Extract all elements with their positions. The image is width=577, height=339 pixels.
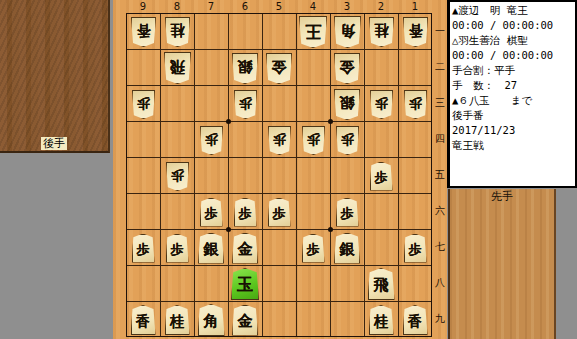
- piece-gote-歩-93[interactable]: 歩: [132, 90, 155, 119]
- rank-label-9: 九: [433, 301, 447, 337]
- piece-gote-歩-34[interactable]: 歩: [336, 126, 359, 155]
- piece-gote-歩-54[interactable]: 歩: [268, 126, 291, 155]
- gote-tray-label: 後手: [41, 137, 67, 150]
- piece-gote-歩-23[interactable]: 歩: [370, 90, 393, 119]
- info-line-9: 2017/11/23: [452, 123, 575, 138]
- file-label-3: 3: [330, 0, 364, 13]
- piece-sente-歩-66[interactable]: 歩: [234, 198, 257, 227]
- star-point-3: [226, 227, 231, 232]
- piece-gote-飛-82[interactable]: 飛: [164, 52, 191, 84]
- piece-sente-歩-17[interactable]: 歩: [404, 234, 427, 263]
- file-label-8: 8: [160, 0, 194, 13]
- piece-sente-金-67[interactable]: 金: [232, 233, 258, 264]
- info-line-3: △羽生善治 棋聖: [452, 33, 575, 48]
- piece-sente-桂-29[interactable]: 桂: [369, 305, 394, 335]
- piece-gote-桂-21[interactable]: 桂: [369, 17, 394, 47]
- rank-label-5: 五: [433, 157, 447, 193]
- piece-sente-歩-25[interactable]: 歩: [370, 162, 393, 191]
- piece-sente-香-19[interactable]: 香: [403, 305, 428, 335]
- file-label-9: 9: [126, 0, 160, 13]
- info-line-4: 00:00 / 00:00:00: [452, 48, 575, 63]
- info-line-8: 後手番: [452, 108, 575, 123]
- piece-gote-歩-74[interactable]: 歩: [200, 126, 223, 155]
- game-info-panel: ▲渡辺 明 竜王00:00 / 00:00:00△羽生善治 棋聖00:00 / …: [447, 0, 577, 188]
- piece-sente-歩-56[interactable]: 歩: [268, 198, 291, 227]
- sente-captured-pieces-tray: 先手: [448, 189, 556, 339]
- file-label-2: 2: [364, 0, 398, 13]
- file-label-1: 1: [398, 0, 432, 13]
- piece-gote-銀-33[interactable]: 銀: [334, 89, 360, 120]
- file-coordinate-labels: 987654321: [126, 0, 432, 13]
- info-line-1: ▲渡辺 明 竜王: [452, 3, 575, 18]
- piece-sente-歩-36[interactable]: 歩: [336, 198, 359, 227]
- gote-captured-pieces-tray: 後手: [0, 0, 110, 153]
- shogi-board-panel: 987654321 一二三四五六七八九 香桂王角桂香飛銀金金歩歩銀歩歩歩歩歩歩歩…: [113, 0, 447, 339]
- star-point-4: [328, 227, 333, 232]
- piece-sente-金-69[interactable]: 金: [232, 305, 258, 336]
- file-label-4: 4: [296, 0, 330, 13]
- info-line-7: ▲６八玉 まで: [452, 93, 575, 108]
- rank-label-8: 八: [433, 265, 447, 301]
- info-line-6: 手 数： 27: [452, 78, 575, 93]
- piece-gote-香-91[interactable]: 香: [131, 17, 156, 47]
- piece-sente-歩-47[interactable]: 歩: [302, 234, 325, 263]
- piece-sente-香-99[interactable]: 香: [131, 305, 156, 335]
- piece-sente-桂-89[interactable]: 桂: [165, 305, 190, 335]
- piece-sente-銀-37[interactable]: 銀: [334, 233, 360, 264]
- file-label-6: 6: [228, 0, 262, 13]
- rank-label-3: 三: [433, 85, 447, 121]
- sente-tray-label: 先手: [491, 190, 513, 203]
- rank-coordinate-labels: 一二三四五六七八九: [433, 13, 447, 337]
- piece-sente-歩-87[interactable]: 歩: [166, 234, 189, 263]
- info-line-2: 00:00 / 00:00:00: [452, 18, 575, 33]
- file-label-7: 7: [194, 0, 228, 13]
- star-point-2: [328, 119, 333, 124]
- piece-gote-歩-63[interactable]: 歩: [234, 90, 257, 119]
- piece-gote-歩-13[interactable]: 歩: [404, 90, 427, 119]
- piece-sente-歩-97[interactable]: 歩: [132, 234, 155, 263]
- piece-gote-金-52[interactable]: 金: [266, 53, 292, 84]
- rank-label-6: 六: [433, 193, 447, 229]
- piece-sente-玉-68[interactable]: 玉: [231, 268, 259, 300]
- piece-sente-飛-28[interactable]: 飛: [368, 268, 395, 300]
- rank-label-4: 四: [433, 121, 447, 157]
- file-label-5: 5: [262, 0, 296, 13]
- rank-label-7: 七: [433, 229, 447, 265]
- piece-gote-歩-85[interactable]: 歩: [166, 162, 189, 191]
- piece-gote-歩-44[interactable]: 歩: [302, 126, 325, 155]
- star-point-1: [226, 119, 231, 124]
- info-line-10: 竜王戦: [452, 138, 575, 153]
- piece-gote-桂-81[interactable]: 桂: [165, 17, 190, 47]
- shogi-app-window: 後手 987654321 一二三四五六七八九 香桂王角桂香飛銀金金歩歩銀歩歩歩歩…: [0, 0, 577, 339]
- info-line-5: 手合割：平手: [452, 63, 575, 78]
- piece-gote-王-41[interactable]: 王: [299, 16, 327, 48]
- rank-label-2: 二: [433, 49, 447, 85]
- piece-gote-香-11[interactable]: 香: [403, 17, 428, 47]
- piece-sente-銀-77[interactable]: 銀: [198, 233, 224, 264]
- piece-gote-銀-62[interactable]: 銀: [232, 53, 258, 84]
- piece-gote-金-32[interactable]: 金: [334, 53, 360, 84]
- piece-sente-角-79[interactable]: 角: [198, 304, 225, 336]
- piece-gote-角-31[interactable]: 角: [334, 16, 361, 48]
- piece-sente-歩-76[interactable]: 歩: [200, 198, 223, 227]
- rank-label-1: 一: [433, 13, 447, 49]
